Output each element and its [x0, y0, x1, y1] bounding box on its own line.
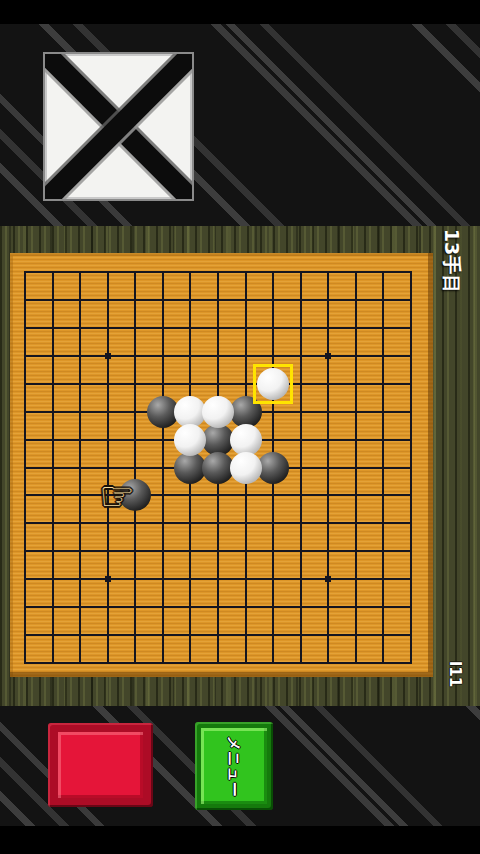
menu-button-label: メニュー	[225, 735, 244, 796]
grid-line-horizontal	[24, 634, 412, 636]
gomoku-board[interactable]: ☞	[10, 253, 433, 677]
grid-line-vertical	[327, 271, 329, 664]
red-button[interactable]	[48, 723, 153, 807]
grid-line-horizontal	[24, 606, 412, 608]
star-point	[105, 353, 111, 359]
grid-line-horizontal	[24, 662, 412, 664]
bottom-toolbar: メニュー	[0, 706, 480, 854]
cursor-coordinate-label: I11	[420, 664, 480, 684]
menu-button-face: メニュー	[201, 728, 267, 804]
star-point	[325, 353, 331, 359]
app-screen: ☞ 13手目 I11 メニュー	[0, 0, 480, 854]
grid-line-vertical	[410, 271, 412, 664]
white-stone	[202, 396, 234, 428]
white-stone	[230, 424, 262, 456]
black-stone	[257, 452, 289, 484]
navigation-bar	[0, 826, 480, 854]
grid-line-horizontal	[24, 522, 412, 524]
red-button-face	[58, 732, 143, 798]
star-point	[105, 576, 111, 582]
grid-line-vertical	[300, 271, 302, 664]
grid-line-horizontal	[24, 550, 412, 552]
grid-line-horizontal	[24, 494, 412, 496]
grid-line-vertical	[355, 271, 357, 664]
grid-line-vertical	[382, 271, 384, 664]
last-move-highlight	[253, 364, 293, 404]
move-counter-label: 13手目	[406, 235, 480, 287]
star-point	[325, 576, 331, 582]
white-stone	[230, 452, 262, 484]
x-mark-icon	[43, 52, 194, 201]
pointing-hand-icon: ☞	[92, 473, 142, 519]
move-counter-text: 13手目	[438, 229, 464, 293]
play-area: ☞ 13手目 I11	[0, 226, 480, 706]
status-bar	[0, 0, 480, 24]
cursor-coordinate-text: I11	[446, 661, 464, 687]
white-stone	[174, 424, 206, 456]
menu-button[interactable]: メニュー	[195, 722, 273, 810]
grid-line-horizontal	[24, 578, 412, 580]
top-banner	[0, 0, 480, 226]
